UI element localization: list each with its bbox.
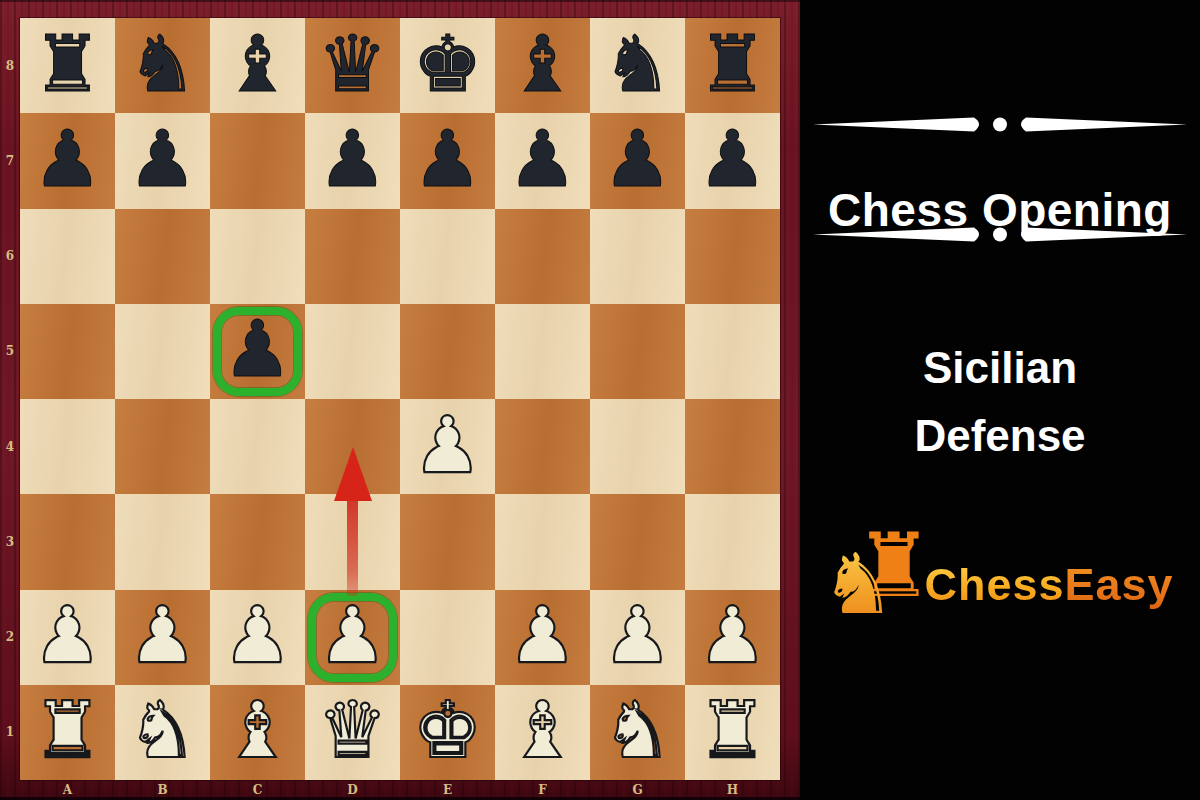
- square-e1: ♚: [400, 685, 495, 780]
- square-a7: ♟: [20, 113, 115, 208]
- file-label-e: E: [400, 780, 495, 800]
- rank-label-8: 8: [0, 18, 20, 113]
- square-g6: [590, 209, 685, 304]
- info-panel: Chess Opening Sicilian Defense ♜ ♞ Chess…: [800, 0, 1200, 800]
- white-pawn-b2: ♟: [128, 596, 198, 674]
- square-f6: [495, 209, 590, 304]
- black-pawn-g7: ♟: [603, 120, 673, 198]
- file-label-a: A: [20, 780, 115, 800]
- square-e7: ♟: [400, 113, 495, 208]
- square-h1: ♜: [685, 685, 780, 780]
- white-pawn-g2: ♟: [603, 596, 673, 674]
- square-b8: ♞: [115, 18, 210, 113]
- black-rook-a8: ♜: [33, 25, 103, 103]
- square-a2: ♟: [20, 590, 115, 685]
- square-b7: ♟: [115, 113, 210, 208]
- white-king-e1: ♚: [413, 691, 483, 769]
- square-b4: [115, 399, 210, 494]
- black-pawn-a7: ♟: [33, 120, 103, 198]
- file-label-b: B: [115, 780, 210, 800]
- square-d4: [305, 399, 400, 494]
- black-king-e8: ♚: [413, 25, 483, 103]
- divider-ornament-top: [811, 110, 1189, 138]
- rank-label-7: 7: [0, 113, 20, 208]
- square-b2: ♟: [115, 590, 210, 685]
- black-rook-h8: ♜: [698, 25, 768, 103]
- rank-label-5: 5: [0, 304, 20, 399]
- square-h7: ♟: [685, 113, 780, 208]
- square-f4: [495, 399, 590, 494]
- black-knight-b8: ♞: [128, 25, 198, 103]
- opening-name-line2: Defense: [800, 402, 1200, 470]
- white-pawn-f2: ♟: [508, 596, 578, 674]
- white-pawn-a2: ♟: [33, 596, 103, 674]
- square-g2: ♟: [590, 590, 685, 685]
- square-f8: ♝: [495, 18, 590, 113]
- brand-logo: ♜ ♞ ChessEasy: [800, 520, 1200, 650]
- square-a6: [20, 209, 115, 304]
- white-queen-d1: ♛: [318, 691, 388, 769]
- square-h3: [685, 494, 780, 589]
- divider-ornament-bottom: [811, 220, 1189, 248]
- square-c4: [210, 399, 305, 494]
- square-b5: [115, 304, 210, 399]
- black-bishop-c8: ♝: [223, 25, 293, 103]
- chess-opening-infographic: 87654321 ABCDEFGH ♜♞♝♛♚♝♞♜♟♟♟♟♟♟♟♟♟♟♟♟♟♟…: [0, 0, 1200, 800]
- white-bishop-f1: ♝: [508, 691, 578, 769]
- rank-label-2: 2: [0, 590, 20, 685]
- square-e6: [400, 209, 495, 304]
- black-bishop-f8: ♝: [508, 25, 578, 103]
- file-label-g: G: [590, 780, 685, 800]
- square-h4: [685, 399, 780, 494]
- square-d2: ♟: [305, 590, 400, 685]
- square-c8: ♝: [210, 18, 305, 113]
- brand-name: ChessEasy: [924, 559, 1173, 611]
- opening-name: Sicilian Defense: [800, 334, 1200, 470]
- rank-label-1: 1: [0, 685, 20, 780]
- file-label-h: H: [685, 780, 780, 800]
- brand-name-easy: Easy: [1064, 559, 1173, 610]
- opening-name-line1: Sicilian: [800, 334, 1200, 402]
- square-c1: ♝: [210, 685, 305, 780]
- black-knight-g8: ♞: [603, 25, 673, 103]
- black-pawn-h7: ♟: [698, 120, 768, 198]
- rank-label-3: 3: [0, 494, 20, 589]
- file-label-f: F: [495, 780, 590, 800]
- square-c5: ♟: [210, 304, 305, 399]
- square-d1: ♛: [305, 685, 400, 780]
- square-h5: [685, 304, 780, 399]
- board-frame: 87654321 ABCDEFGH ♜♞♝♛♚♝♞♜♟♟♟♟♟♟♟♟♟♟♟♟♟♟…: [0, 0, 800, 800]
- rank-labels: 87654321: [0, 18, 20, 780]
- black-pawn-d7: ♟: [318, 120, 388, 198]
- square-f3: [495, 494, 590, 589]
- white-rook-h1: ♜: [698, 691, 768, 769]
- rank-label-4: 4: [0, 399, 20, 494]
- black-pawn-f7: ♟: [508, 120, 578, 198]
- chess-board: ♜♞♝♛♚♝♞♜♟♟♟♟♟♟♟♟♟♟♟♟♟♟♟♟♜♞♝♛♚♝♞♜: [20, 18, 780, 780]
- square-a8: ♜: [20, 18, 115, 113]
- square-g3: [590, 494, 685, 589]
- square-f7: ♟: [495, 113, 590, 208]
- black-queen-d8: ♛: [318, 25, 388, 103]
- square-a3: [20, 494, 115, 589]
- square-b6: [115, 209, 210, 304]
- square-f2: ♟: [495, 590, 590, 685]
- file-label-d: D: [305, 780, 400, 800]
- black-pawn-b7: ♟: [128, 120, 198, 198]
- square-d3: [305, 494, 400, 589]
- square-c6: [210, 209, 305, 304]
- brand-logo-mark: ♜ ♞: [826, 526, 922, 644]
- square-e3: [400, 494, 495, 589]
- square-e4: ♟: [400, 399, 495, 494]
- rank-label-6: 6: [0, 209, 20, 304]
- square-g5: [590, 304, 685, 399]
- square-d8: ♛: [305, 18, 400, 113]
- square-g7: ♟: [590, 113, 685, 208]
- square-c7: [210, 113, 305, 208]
- white-pawn-d2: ♟: [318, 596, 388, 674]
- square-d6: [305, 209, 400, 304]
- square-b3: [115, 494, 210, 589]
- square-d5: [305, 304, 400, 399]
- square-e2: [400, 590, 495, 685]
- square-c2: ♟: [210, 590, 305, 685]
- square-d7: ♟: [305, 113, 400, 208]
- square-f1: ♝: [495, 685, 590, 780]
- square-h8: ♜: [685, 18, 780, 113]
- white-pawn-e4: ♟: [413, 406, 483, 484]
- black-pawn-e7: ♟: [413, 120, 483, 198]
- brand-name-chess: Chess: [924, 559, 1064, 610]
- square-h6: [685, 209, 780, 304]
- square-g4: [590, 399, 685, 494]
- file-labels: ABCDEFGH: [20, 780, 780, 800]
- square-g8: ♞: [590, 18, 685, 113]
- white-rook-a1: ♜: [33, 691, 103, 769]
- black-pawn-c5: ♟: [223, 310, 293, 388]
- square-h2: ♟: [685, 590, 780, 685]
- square-a4: [20, 399, 115, 494]
- file-label-c: C: [210, 780, 305, 800]
- square-a1: ♜: [20, 685, 115, 780]
- white-knight-g1: ♞: [603, 691, 673, 769]
- square-c3: [210, 494, 305, 589]
- square-e8: ♚: [400, 18, 495, 113]
- white-bishop-c1: ♝: [223, 691, 293, 769]
- square-g1: ♞: [590, 685, 685, 780]
- square-f5: [495, 304, 590, 399]
- square-b1: ♞: [115, 685, 210, 780]
- white-pawn-c2: ♟: [223, 596, 293, 674]
- white-knight-b1: ♞: [128, 691, 198, 769]
- square-e5: [400, 304, 495, 399]
- white-pawn-h2: ♟: [698, 596, 768, 674]
- square-a5: [20, 304, 115, 399]
- knight-icon: ♞: [820, 542, 895, 626]
